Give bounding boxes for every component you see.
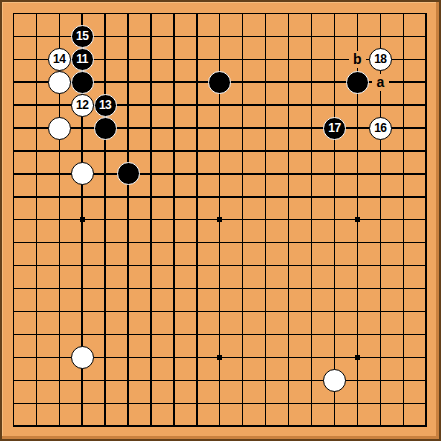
stone-white-D4 xyxy=(71,346,94,369)
grid-line-vertical xyxy=(425,13,426,427)
stone-black-D16 xyxy=(71,71,94,94)
star-point xyxy=(355,217,360,222)
stone-black-P14: 17 xyxy=(323,117,346,140)
grid-line-vertical xyxy=(334,13,335,427)
grid-line-vertical xyxy=(288,13,289,427)
stone-black-E15: 13 xyxy=(94,94,117,117)
stone-black-E14 xyxy=(94,117,117,140)
go-board: ba 1511131714121816 xyxy=(0,0,441,441)
star-point xyxy=(217,217,222,222)
stone-white-R14: 16 xyxy=(369,117,392,140)
grid-line-horizontal xyxy=(13,242,427,243)
grid-line-horizontal xyxy=(13,288,427,289)
grid-line-vertical xyxy=(265,13,266,427)
grid-line-vertical xyxy=(311,13,312,427)
stone-black-Q16 xyxy=(346,71,369,94)
stone-black-F12 xyxy=(117,162,140,185)
point-label-b: b xyxy=(349,51,366,68)
stone-black-D17: 11 xyxy=(71,48,94,71)
stone-white-D12 xyxy=(71,162,94,185)
stone-white-C16 xyxy=(48,71,71,94)
grid-line-horizontal xyxy=(13,265,427,266)
star-point xyxy=(80,217,85,222)
grid-line-horizontal xyxy=(13,334,427,335)
grid-line-horizontal xyxy=(13,425,427,426)
stone-white-R17: 18 xyxy=(369,48,392,71)
stone-black-K16 xyxy=(208,71,231,94)
stone-white-P3 xyxy=(323,369,346,392)
grid-line-vertical xyxy=(403,13,404,427)
star-point xyxy=(217,355,222,360)
grid-line-horizontal xyxy=(13,311,427,312)
stone-white-C14 xyxy=(48,117,71,140)
grid-line-horizontal xyxy=(13,403,427,404)
stone-white-D15: 12 xyxy=(71,94,94,117)
grid-line-vertical xyxy=(242,13,243,427)
star-point xyxy=(355,355,360,360)
grid-line-horizontal xyxy=(13,380,427,381)
stone-black-D18: 15 xyxy=(71,25,94,48)
point-label-a: a xyxy=(372,74,389,91)
stone-white-C17: 14 xyxy=(48,48,71,71)
